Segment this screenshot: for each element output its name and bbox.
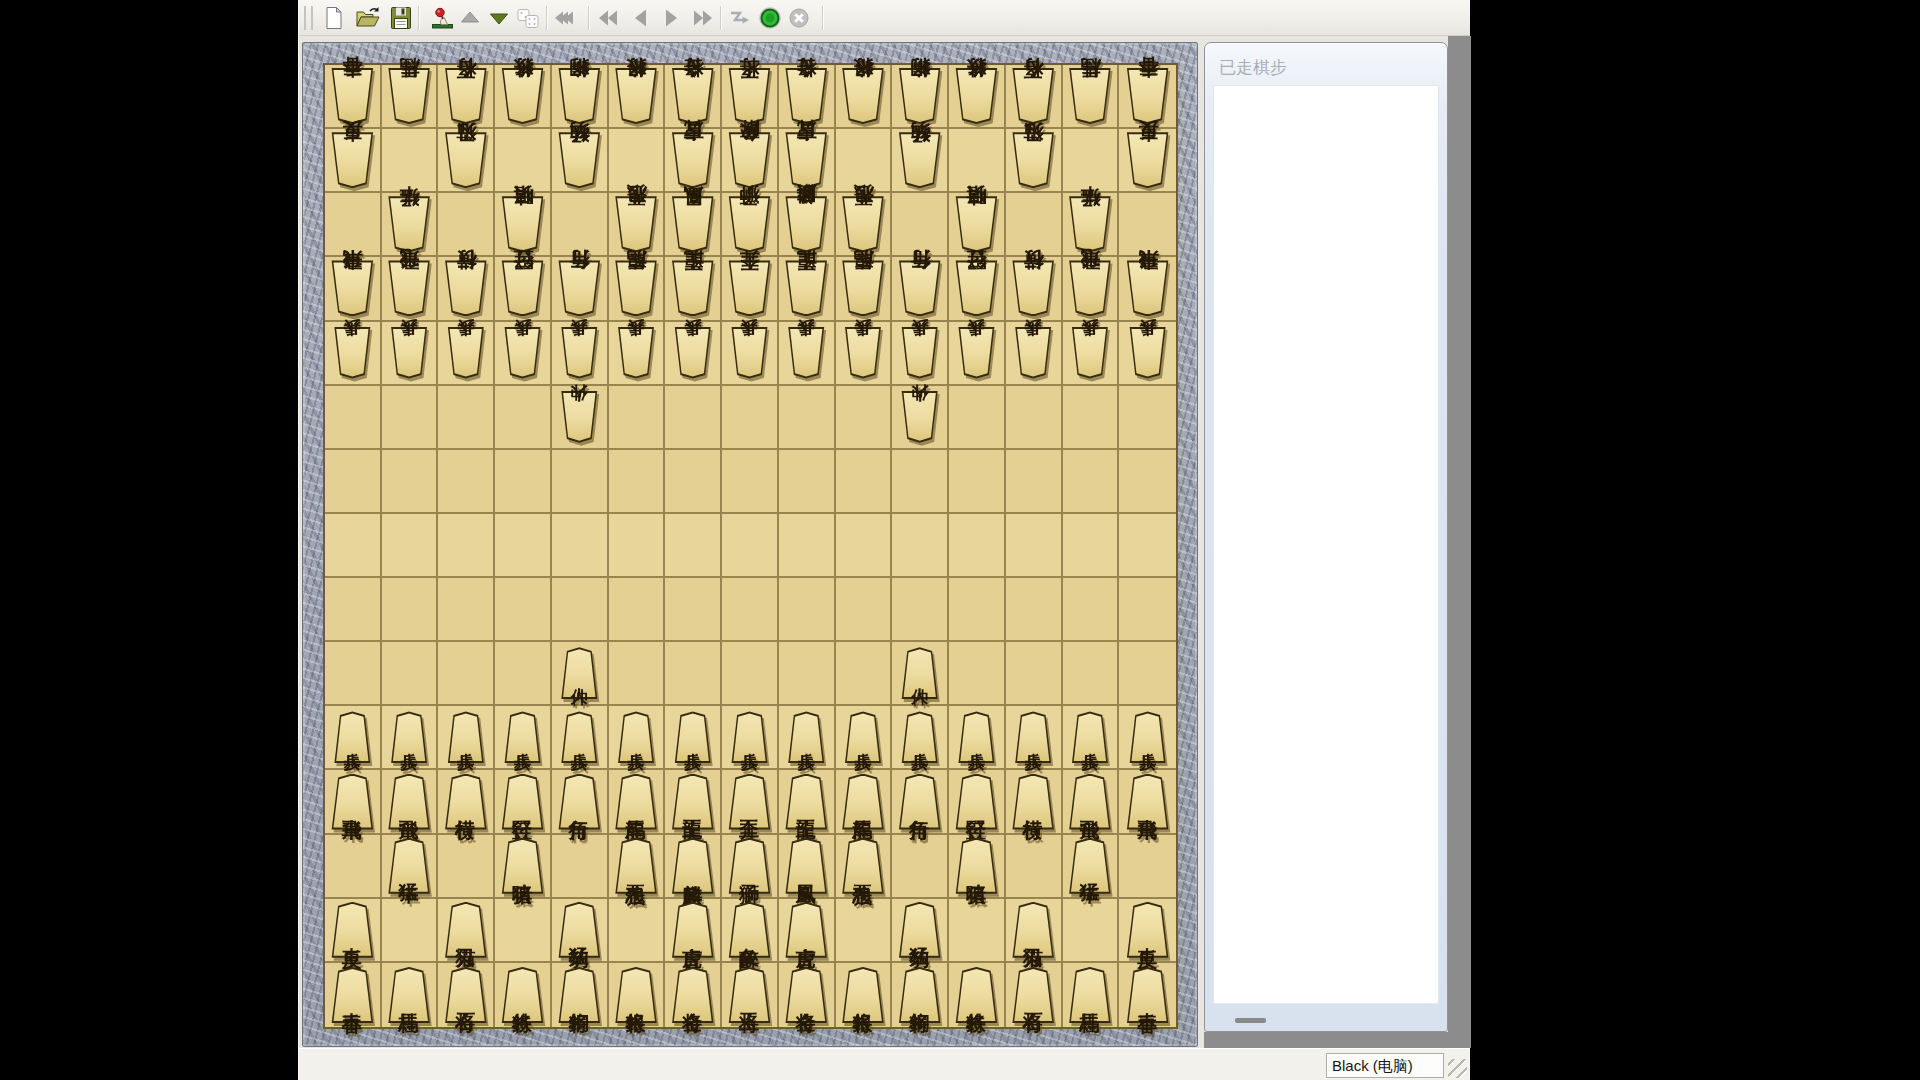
board-cell[interactable]: 嗔猪 bbox=[495, 193, 552, 257]
board-cell[interactable] bbox=[892, 514, 949, 578]
board-cell[interactable] bbox=[1119, 514, 1176, 578]
board-cell[interactable]: 龍王 bbox=[665, 770, 722, 834]
board-cell[interactable]: 石将 bbox=[438, 963, 495, 1027]
board-cell[interactable] bbox=[438, 835, 495, 899]
shogi-piece[interactable]: 飛竜 bbox=[1067, 774, 1113, 830]
board-cell[interactable]: 金将 bbox=[665, 65, 722, 129]
shogi-piece[interactable]: 仲人 bbox=[900, 391, 940, 443]
board-cell[interactable]: 猫刄 bbox=[438, 899, 495, 963]
shogi-piece[interactable]: 鉄将 bbox=[500, 68, 546, 124]
board-cell[interactable]: 悪狼 bbox=[836, 835, 893, 899]
shogi-piece[interactable]: 龍馬 bbox=[613, 774, 659, 830]
board-cell[interactable] bbox=[552, 450, 609, 514]
board-cell[interactable] bbox=[892, 835, 949, 899]
shogi-piece[interactable]: 歩兵 bbox=[900, 327, 940, 379]
board-cell[interactable] bbox=[1006, 386, 1063, 450]
board-cell[interactable]: 歩兵 bbox=[495, 706, 552, 770]
board-cell[interactable] bbox=[722, 514, 779, 578]
board-cell[interactable]: 鉄将 bbox=[949, 65, 1006, 129]
board-cell[interactable]: 猛牛 bbox=[382, 193, 439, 257]
shogi-piece[interactable]: 獅子 bbox=[726, 838, 772, 894]
shogi-piece[interactable]: 奔王 bbox=[726, 260, 772, 316]
board-cell[interactable]: 桂馬 bbox=[1063, 65, 1120, 129]
board-cell[interactable]: 獅子 bbox=[722, 835, 779, 899]
board-cell[interactable]: 反車 bbox=[1119, 129, 1176, 193]
board-cell[interactable]: 石将 bbox=[1006, 65, 1063, 129]
save-button[interactable] bbox=[388, 5, 414, 31]
shogi-piece[interactable]: 桂馬 bbox=[1067, 68, 1113, 124]
shogi-piece[interactable]: 猫刄 bbox=[1010, 132, 1056, 188]
shogi-piece[interactable]: 飛車 bbox=[1125, 774, 1171, 830]
board-cell[interactable]: 歩兵 bbox=[382, 706, 439, 770]
shogi-piece[interactable]: 悪狼 bbox=[613, 838, 659, 894]
shogi-piece[interactable]: 歩兵 bbox=[559, 711, 599, 763]
shogi-piece[interactable]: 盲虎 bbox=[670, 902, 716, 958]
shogi-piece[interactable]: 盲虎 bbox=[783, 902, 829, 958]
board-cell[interactable]: 歩兵 bbox=[949, 706, 1006, 770]
board-cell[interactable]: 竪行 bbox=[495, 770, 552, 834]
board-cell[interactable] bbox=[949, 450, 1006, 514]
board-cell[interactable] bbox=[325, 386, 382, 450]
board-cell[interactable]: 悪狼 bbox=[609, 835, 666, 899]
board-cell[interactable]: 桂馬 bbox=[1063, 963, 1120, 1027]
shogi-piece[interactable]: 角行 bbox=[556, 260, 602, 316]
board-cell[interactable]: 歩兵 bbox=[779, 322, 836, 386]
shogi-piece[interactable]: 反車 bbox=[1125, 132, 1171, 188]
board-cell[interactable] bbox=[382, 642, 439, 706]
shogi-piece[interactable]: 香車 bbox=[329, 967, 375, 1023]
shogi-piece[interactable]: 石将 bbox=[443, 68, 489, 124]
shogi-piece[interactable]: 龍馬 bbox=[613, 260, 659, 316]
board-cell[interactable]: 横行 bbox=[438, 257, 495, 321]
board-cell[interactable]: 龍王 bbox=[779, 257, 836, 321]
shogi-piece[interactable]: 猛豹 bbox=[556, 132, 602, 188]
board-cell[interactable] bbox=[609, 578, 666, 642]
shogi-piece[interactable]: 飛車 bbox=[1125, 260, 1171, 316]
board-cell[interactable]: 盲虎 bbox=[779, 129, 836, 193]
shogi-piece[interactable]: 麒麟 bbox=[670, 838, 716, 894]
shogi-piece[interactable]: 歩兵 bbox=[332, 327, 372, 379]
board-cell[interactable]: 歩兵 bbox=[609, 322, 666, 386]
board-cell[interactable]: 龍王 bbox=[665, 257, 722, 321]
board-cell[interactable]: 竪行 bbox=[949, 257, 1006, 321]
shogi-piece[interactable]: 飛車 bbox=[329, 774, 375, 830]
board-cell[interactable]: 歩兵 bbox=[438, 322, 495, 386]
shogi-piece[interactable]: 歩兵 bbox=[843, 327, 883, 379]
shogi-piece[interactable]: 飛竜 bbox=[1067, 260, 1113, 316]
shogi-piece[interactable]: 石将 bbox=[1010, 967, 1056, 1023]
board-cell[interactable]: 仲人 bbox=[892, 386, 949, 450]
board-cell[interactable] bbox=[609, 899, 666, 963]
board-cell[interactable] bbox=[892, 450, 949, 514]
board-cell[interactable] bbox=[779, 642, 836, 706]
board-cell[interactable]: 歩兵 bbox=[1119, 706, 1176, 770]
board-cell[interactable] bbox=[1006, 450, 1063, 514]
board-cell[interactable] bbox=[1006, 514, 1063, 578]
board-cell[interactable]: 銅将 bbox=[552, 963, 609, 1027]
board-cell[interactable] bbox=[779, 386, 836, 450]
shogi-piece[interactable]: 桂馬 bbox=[386, 68, 432, 124]
shogi-piece[interactable]: 竪行 bbox=[953, 260, 999, 316]
board-cell[interactable] bbox=[438, 386, 495, 450]
board-cell[interactable] bbox=[949, 129, 1006, 193]
pin-annotation-button[interactable] bbox=[430, 5, 456, 31]
board-cell[interactable]: 横行 bbox=[438, 770, 495, 834]
board-cell[interactable]: 嗔猪 bbox=[949, 835, 1006, 899]
shogi-piece[interactable]: 歩兵 bbox=[503, 327, 543, 379]
board-cell[interactable]: 横行 bbox=[1006, 257, 1063, 321]
board-cell[interactable] bbox=[438, 450, 495, 514]
board-cell[interactable] bbox=[495, 642, 552, 706]
step-back-button[interactable] bbox=[628, 5, 654, 31]
board-cell[interactable]: 猫刄 bbox=[1006, 129, 1063, 193]
shogi-piece[interactable]: 嗔猪 bbox=[953, 838, 999, 894]
board-cell[interactable]: 金将 bbox=[665, 963, 722, 1027]
board-cell[interactable] bbox=[495, 578, 552, 642]
board-cell[interactable]: 仲人 bbox=[552, 386, 609, 450]
shogi-piece[interactable]: 銅将 bbox=[897, 967, 943, 1023]
shogi-piece[interactable]: 角行 bbox=[897, 260, 943, 316]
shogi-piece[interactable]: 横行 bbox=[443, 774, 489, 830]
board-cell[interactable]: 歩兵 bbox=[779, 706, 836, 770]
board-cell[interactable] bbox=[552, 835, 609, 899]
shogi-piece[interactable]: 銅将 bbox=[556, 967, 602, 1023]
go-to-start-button[interactable] bbox=[553, 5, 583, 31]
board-cell[interactable]: 桂馬 bbox=[382, 963, 439, 1027]
shogi-piece[interactable]: 猛豹 bbox=[556, 902, 602, 958]
board-cell[interactable] bbox=[609, 450, 666, 514]
board-cell[interactable] bbox=[665, 450, 722, 514]
board-cell[interactable]: 仲人 bbox=[892, 642, 949, 706]
shogi-piece[interactable]: 歩兵 bbox=[956, 711, 996, 763]
board-cell[interactable] bbox=[1006, 835, 1063, 899]
board-cell[interactable] bbox=[552, 193, 609, 257]
board-cell[interactable]: 歩兵 bbox=[665, 706, 722, 770]
board-cell[interactable]: 銀将 bbox=[609, 963, 666, 1027]
board-cell[interactable]: 金将 bbox=[779, 963, 836, 1027]
board-cell[interactable]: 歩兵 bbox=[722, 706, 779, 770]
shogi-piece[interactable]: 飛竜 bbox=[386, 260, 432, 316]
board-cell[interactable]: 反車 bbox=[325, 899, 382, 963]
shogi-piece[interactable]: 嗔猪 bbox=[500, 196, 546, 252]
board-cell[interactable]: 盲虎 bbox=[665, 129, 722, 193]
board-cell[interactable]: 歩兵 bbox=[1006, 706, 1063, 770]
shogi-piece[interactable]: 盲虎 bbox=[670, 132, 716, 188]
board-cell[interactable]: 飛車 bbox=[1119, 770, 1176, 834]
shogi-piece[interactable]: 飛竜 bbox=[386, 774, 432, 830]
board-cell[interactable] bbox=[1119, 578, 1176, 642]
shogi-piece[interactable]: 銀将 bbox=[613, 68, 659, 124]
board-cell[interactable] bbox=[892, 578, 949, 642]
board-cell[interactable] bbox=[325, 514, 382, 578]
board-cell[interactable]: 猫刄 bbox=[438, 129, 495, 193]
board-cell[interactable]: 香車 bbox=[1119, 963, 1176, 1027]
shogi-piece[interactable]: 石将 bbox=[443, 967, 489, 1023]
shogi-piece[interactable]: 歩兵 bbox=[673, 711, 713, 763]
board-cell[interactable]: 王将 bbox=[722, 65, 779, 129]
board-cell[interactable]: 龍馬 bbox=[836, 770, 893, 834]
board-cell[interactable]: 玉将 bbox=[722, 963, 779, 1027]
board-cell[interactable] bbox=[722, 578, 779, 642]
board-cell[interactable]: 竪行 bbox=[949, 770, 1006, 834]
board-cell[interactable] bbox=[1063, 899, 1120, 963]
board-cell[interactable]: 反車 bbox=[1119, 899, 1176, 963]
board-cell[interactable]: 歩兵 bbox=[438, 706, 495, 770]
shogi-piece[interactable]: 盲虎 bbox=[783, 132, 829, 188]
board-cell[interactable] bbox=[779, 450, 836, 514]
board-cell[interactable]: 麒麟 bbox=[779, 193, 836, 257]
shogi-piece[interactable]: 歩兵 bbox=[1128, 711, 1168, 763]
shogi-piece[interactable]: 歩兵 bbox=[389, 711, 429, 763]
shogi-piece[interactable]: 銀将 bbox=[840, 68, 886, 124]
board-cell[interactable] bbox=[325, 578, 382, 642]
board-cell[interactable]: 飛竜 bbox=[382, 770, 439, 834]
board-cell[interactable] bbox=[779, 514, 836, 578]
board-cell[interactable] bbox=[1063, 129, 1120, 193]
shogi-piece[interactable]: 猛牛 bbox=[1067, 838, 1113, 894]
shogi-piece[interactable]: 嗔猪 bbox=[500, 838, 546, 894]
board-cell[interactable] bbox=[495, 129, 552, 193]
shogi-piece[interactable]: 龍王 bbox=[783, 774, 829, 830]
moves-list[interactable] bbox=[1213, 85, 1439, 1004]
shogi-piece[interactable]: 歩兵 bbox=[332, 711, 372, 763]
board-cell[interactable]: 飛竜 bbox=[382, 257, 439, 321]
shogi-piece[interactable]: 香車 bbox=[329, 68, 375, 124]
board-cell[interactable]: 猛牛 bbox=[1063, 193, 1120, 257]
board-cell[interactable] bbox=[836, 386, 893, 450]
move-down-button[interactable] bbox=[486, 5, 512, 31]
board-cell[interactable] bbox=[609, 386, 666, 450]
board-cell[interactable]: 歩兵 bbox=[665, 322, 722, 386]
board-cell[interactable]: 鉄将 bbox=[495, 65, 552, 129]
board-cell[interactable] bbox=[495, 386, 552, 450]
board-cell[interactable] bbox=[665, 386, 722, 450]
board-cell[interactable]: 歩兵 bbox=[892, 322, 949, 386]
board-cell[interactable]: 歩兵 bbox=[325, 322, 382, 386]
board-cell[interactable] bbox=[892, 193, 949, 257]
shogi-piece[interactable]: 香車 bbox=[1125, 967, 1171, 1023]
shogi-piece[interactable]: 醉象 bbox=[726, 902, 772, 958]
shogi-piece[interactable]: 仲人 bbox=[559, 391, 599, 443]
board-cell[interactable] bbox=[1119, 193, 1176, 257]
shogi-piece[interactable]: 歩兵 bbox=[729, 327, 769, 379]
new-file-button[interactable] bbox=[321, 5, 347, 31]
board-cell[interactable] bbox=[438, 193, 495, 257]
shogi-piece[interactable]: 横行 bbox=[1010, 774, 1056, 830]
board-cell[interactable] bbox=[382, 386, 439, 450]
board-cell[interactable] bbox=[609, 642, 666, 706]
shogi-piece[interactable]: 歩兵 bbox=[616, 711, 656, 763]
board-cell[interactable] bbox=[552, 578, 609, 642]
board-cell[interactable]: 石将 bbox=[1006, 963, 1063, 1027]
board-cell[interactable]: 歩兵 bbox=[495, 322, 552, 386]
shogi-piece[interactable]: 歩兵 bbox=[1013, 327, 1053, 379]
shogi-piece[interactable]: 鉄将 bbox=[500, 967, 546, 1023]
board-cell[interactable]: 歩兵 bbox=[892, 706, 949, 770]
board-cell[interactable] bbox=[382, 578, 439, 642]
board-cell[interactable] bbox=[325, 193, 382, 257]
board-cell[interactable] bbox=[552, 514, 609, 578]
board-cell[interactable]: 歩兵 bbox=[949, 322, 1006, 386]
shogi-piece[interactable]: 金将 bbox=[670, 68, 716, 124]
board-cell[interactable]: 盲虎 bbox=[665, 899, 722, 963]
board-cell[interactable] bbox=[382, 514, 439, 578]
board-cell[interactable]: 鳳凰 bbox=[665, 193, 722, 257]
board-cell[interactable] bbox=[609, 129, 666, 193]
board-cell[interactable]: 石将 bbox=[438, 65, 495, 129]
board-cell[interactable]: 歩兵 bbox=[325, 706, 382, 770]
board-cell[interactable] bbox=[382, 129, 439, 193]
board-cell[interactable]: 金将 bbox=[779, 65, 836, 129]
board-cell[interactable]: 横行 bbox=[1006, 770, 1063, 834]
board-cell[interactable]: 銅将 bbox=[892, 963, 949, 1027]
shogi-piece[interactable]: 悪狼 bbox=[613, 196, 659, 252]
shogi-piece[interactable]: 歩兵 bbox=[446, 711, 486, 763]
board-cell[interactable] bbox=[722, 386, 779, 450]
shogi-piece[interactable]: 金将 bbox=[783, 967, 829, 1023]
board-cell[interactable]: 歩兵 bbox=[609, 706, 666, 770]
shogi-piece[interactable]: 角行 bbox=[897, 774, 943, 830]
board-cell[interactable] bbox=[836, 450, 893, 514]
board-cell[interactable]: 角行 bbox=[892, 770, 949, 834]
shogi-piece[interactable]: 猛牛 bbox=[386, 196, 432, 252]
dice-button[interactable] bbox=[515, 5, 541, 31]
shogi-piece[interactable]: 歩兵 bbox=[503, 711, 543, 763]
shogi-piece[interactable]: 嗔猪 bbox=[953, 196, 999, 252]
engine-stop-button[interactable] bbox=[786, 5, 812, 31]
board-cell[interactable]: 獅子 bbox=[722, 193, 779, 257]
board-cell[interactable] bbox=[438, 578, 495, 642]
board-cell[interactable] bbox=[836, 578, 893, 642]
shogi-piece[interactable]: 龍王 bbox=[670, 260, 716, 316]
shogi-piece[interactable]: 鳳凰 bbox=[670, 196, 716, 252]
board-cell[interactable]: 悪狼 bbox=[609, 193, 666, 257]
shogi-piece[interactable]: 仲人 bbox=[559, 647, 599, 699]
toolbar-grip[interactable] bbox=[304, 6, 313, 30]
shogi-piece[interactable]: 歩兵 bbox=[559, 327, 599, 379]
shogi-piece[interactable]: 歩兵 bbox=[389, 327, 429, 379]
shogi-piece[interactable]: 金将 bbox=[670, 967, 716, 1023]
board-cell[interactable]: 嗔猪 bbox=[949, 193, 1006, 257]
board-cell[interactable]: 醉象 bbox=[722, 129, 779, 193]
open-file-button[interactable] bbox=[355, 5, 381, 31]
shogi-piece[interactable]: 桂馬 bbox=[1067, 967, 1113, 1023]
shogi-piece[interactable]: 歩兵 bbox=[786, 711, 826, 763]
board-cell[interactable]: 銅将 bbox=[892, 65, 949, 129]
shogi-piece[interactable]: 猛豹 bbox=[897, 902, 943, 958]
shogi-piece[interactable]: 奔王 bbox=[726, 774, 772, 830]
board-cell[interactable]: 嗔猪 bbox=[495, 835, 552, 899]
board-cell[interactable]: 龍馬 bbox=[609, 257, 666, 321]
shogi-piece[interactable]: 桂馬 bbox=[386, 967, 432, 1023]
board-cell[interactable]: 歩兵 bbox=[1063, 322, 1120, 386]
board-cell[interactable]: 歩兵 bbox=[552, 322, 609, 386]
board-cell[interactable]: 麒麟 bbox=[665, 835, 722, 899]
board-cell[interactable]: 飛車 bbox=[325, 770, 382, 834]
shogi-piece[interactable]: 鳳凰 bbox=[783, 838, 829, 894]
board-cell[interactable] bbox=[665, 578, 722, 642]
board-cell[interactable]: 竪行 bbox=[495, 257, 552, 321]
board-cell[interactable]: 銀将 bbox=[836, 65, 893, 129]
shogi-piece[interactable]: 竪行 bbox=[500, 260, 546, 316]
shogi-piece[interactable]: 歩兵 bbox=[956, 327, 996, 379]
shogi-piece[interactable]: 麒麟 bbox=[783, 196, 829, 252]
shogi-piece[interactable]: 悪狼 bbox=[840, 838, 886, 894]
shogi-piece[interactable]: 竪行 bbox=[953, 774, 999, 830]
board-cell[interactable] bbox=[325, 642, 382, 706]
shogi-piece[interactable]: 仲人 bbox=[900, 647, 940, 699]
board-cell[interactable]: 銀将 bbox=[609, 65, 666, 129]
shogi-piece[interactable]: 銅将 bbox=[897, 68, 943, 124]
shogi-piece[interactable]: 鉄将 bbox=[953, 967, 999, 1023]
board-cell[interactable] bbox=[495, 514, 552, 578]
shogi-piece[interactable]: 横行 bbox=[443, 260, 489, 316]
board-cell[interactable]: 猛牛 bbox=[1063, 835, 1120, 899]
shogi-piece[interactable]: 歩兵 bbox=[729, 711, 769, 763]
board-cell[interactable]: 歩兵 bbox=[552, 706, 609, 770]
board-cell[interactable] bbox=[438, 642, 495, 706]
board-cell[interactable] bbox=[382, 899, 439, 963]
shogi-piece[interactable]: 歩兵 bbox=[1070, 711, 1110, 763]
board-cell[interactable] bbox=[665, 642, 722, 706]
board-cell[interactable]: 鉄将 bbox=[949, 963, 1006, 1027]
board-cell[interactable] bbox=[1006, 642, 1063, 706]
engine-go-button[interactable] bbox=[757, 5, 783, 31]
board-cell[interactable] bbox=[609, 514, 666, 578]
board-cell[interactable]: 歩兵 bbox=[836, 706, 893, 770]
resize-grip-icon[interactable] bbox=[1448, 1059, 1467, 1078]
board-cell[interactable] bbox=[665, 514, 722, 578]
board-cell[interactable] bbox=[836, 642, 893, 706]
board-cell[interactable] bbox=[495, 450, 552, 514]
shogi-piece[interactable]: 歩兵 bbox=[1128, 327, 1168, 379]
board-cell[interactable] bbox=[779, 578, 836, 642]
board-cell[interactable] bbox=[949, 386, 1006, 450]
board-cell[interactable] bbox=[722, 450, 779, 514]
board-cell[interactable]: 飛竜 bbox=[1063, 257, 1120, 321]
shogi-piece[interactable]: 歩兵 bbox=[673, 327, 713, 379]
shogi-piece[interactable]: 猫刄 bbox=[443, 902, 489, 958]
shogi-piece[interactable]: 龍馬 bbox=[840, 774, 886, 830]
shogi-piece[interactable]: 竪行 bbox=[500, 774, 546, 830]
board-cell[interactable] bbox=[1063, 386, 1120, 450]
board-cell[interactable]: 銀将 bbox=[836, 963, 893, 1027]
board-cell[interactable]: 香車 bbox=[325, 65, 382, 129]
board-cell[interactable]: 鳳凰 bbox=[779, 835, 836, 899]
board-cell[interactable] bbox=[1063, 642, 1120, 706]
shogi-piece[interactable]: 悪狼 bbox=[840, 196, 886, 252]
board-cell[interactable] bbox=[949, 642, 1006, 706]
board-cell[interactable]: 猛豹 bbox=[552, 899, 609, 963]
shogi-piece[interactable]: 猛豹 bbox=[897, 132, 943, 188]
board-cell[interactable] bbox=[722, 642, 779, 706]
board-cell[interactable] bbox=[1063, 450, 1120, 514]
board-cell[interactable] bbox=[1119, 835, 1176, 899]
board-cell[interactable] bbox=[325, 450, 382, 514]
board-cell[interactable] bbox=[438, 514, 495, 578]
shogi-piece[interactable]: 龍王 bbox=[670, 774, 716, 830]
swap-sides-button[interactable] bbox=[727, 5, 753, 31]
board-cell[interactable]: 猛豹 bbox=[892, 899, 949, 963]
shogi-piece[interactable]: 石将 bbox=[1010, 68, 1056, 124]
panel-resize-handle[interactable] bbox=[1235, 1018, 1266, 1023]
board-cell[interactable] bbox=[1119, 386, 1176, 450]
shogi-piece[interactable]: 歩兵 bbox=[1013, 711, 1053, 763]
shogi-piece[interactable]: 角行 bbox=[556, 774, 602, 830]
board-cell[interactable] bbox=[325, 835, 382, 899]
board-cell[interactable]: 歩兵 bbox=[1119, 322, 1176, 386]
board-cell[interactable] bbox=[1063, 578, 1120, 642]
